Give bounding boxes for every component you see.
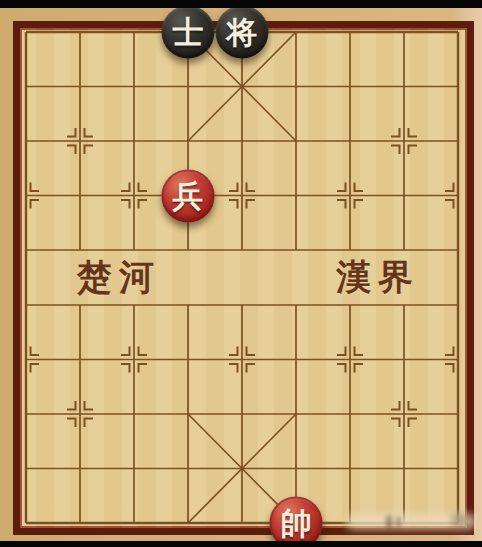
letterbox-bottom-bar xyxy=(0,541,482,547)
piece-red-soldier[interactable]: 兵 xyxy=(162,169,215,222)
piece-red-general[interactable]: 帥 xyxy=(270,497,323,547)
river-label-left: 楚河 xyxy=(77,254,161,301)
letterbox-top-bar xyxy=(0,0,482,8)
piece-glyph: 将 xyxy=(227,17,258,48)
river-label-right: 漢界 xyxy=(336,254,420,301)
piece-black-general[interactable]: 将 xyxy=(216,6,269,59)
piece-glyph: 士 xyxy=(173,17,204,48)
piece-black-advisor[interactable]: 士 xyxy=(162,6,215,59)
piece-glyph: 帥 xyxy=(281,508,312,539)
piece-glyph: 兵 xyxy=(173,180,204,211)
